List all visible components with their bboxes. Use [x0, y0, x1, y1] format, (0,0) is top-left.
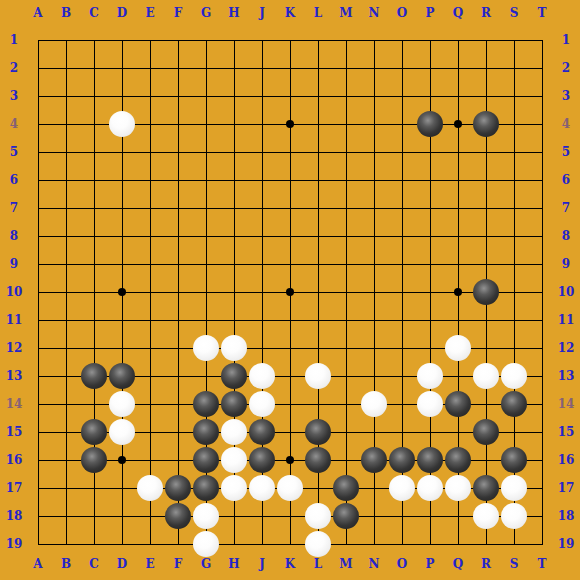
intersection-L4[interactable]	[304, 110, 332, 138]
intersection-C1[interactable]	[80, 26, 108, 54]
intersection-D18[interactable]	[108, 502, 136, 530]
intersection-A16[interactable]	[24, 446, 52, 474]
intersection-R14[interactable]	[472, 390, 500, 418]
intersection-R11[interactable]	[472, 306, 500, 334]
intersection-E16[interactable]	[136, 446, 164, 474]
intersection-E5[interactable]	[136, 138, 164, 166]
intersection-K13[interactable]	[276, 362, 304, 390]
intersection-G9[interactable]	[192, 250, 220, 278]
intersection-D2[interactable]	[108, 54, 136, 82]
intersection-J5[interactable]	[248, 138, 276, 166]
intersection-G6[interactable]	[192, 166, 220, 194]
intersection-S17[interactable]	[500, 474, 528, 502]
intersection-A10[interactable]	[24, 278, 52, 306]
intersection-A7[interactable]	[24, 194, 52, 222]
intersection-B10[interactable]	[52, 278, 80, 306]
intersection-K9[interactable]	[276, 250, 304, 278]
intersection-R4[interactable]	[472, 110, 500, 138]
intersection-S19[interactable]	[500, 530, 528, 558]
intersection-J4[interactable]	[248, 110, 276, 138]
intersection-M16[interactable]	[332, 446, 360, 474]
intersection-G13[interactable]	[192, 362, 220, 390]
intersection-O6[interactable]	[388, 166, 416, 194]
intersection-C9[interactable]	[80, 250, 108, 278]
intersection-P5[interactable]	[416, 138, 444, 166]
intersection-O12[interactable]	[388, 334, 416, 362]
intersection-P1[interactable]	[416, 26, 444, 54]
intersection-R9[interactable]	[472, 250, 500, 278]
intersection-F15[interactable]	[164, 418, 192, 446]
intersection-K12[interactable]	[276, 334, 304, 362]
intersection-C6[interactable]	[80, 166, 108, 194]
intersection-G2[interactable]	[192, 54, 220, 82]
intersection-E17[interactable]	[136, 474, 164, 502]
intersection-F1[interactable]	[164, 26, 192, 54]
intersection-J13[interactable]	[248, 362, 276, 390]
intersection-N16[interactable]	[360, 446, 388, 474]
intersection-N6[interactable]	[360, 166, 388, 194]
intersection-G15[interactable]	[192, 418, 220, 446]
intersection-L19[interactable]	[304, 530, 332, 558]
intersection-Q19[interactable]	[444, 530, 472, 558]
intersection-A3[interactable]	[24, 82, 52, 110]
intersection-Q5[interactable]	[444, 138, 472, 166]
intersection-G17[interactable]	[192, 474, 220, 502]
intersection-G18[interactable]	[192, 502, 220, 530]
intersection-M3[interactable]	[332, 82, 360, 110]
intersection-N3[interactable]	[360, 82, 388, 110]
intersection-J1[interactable]	[248, 26, 276, 54]
intersection-B14[interactable]	[52, 390, 80, 418]
intersection-K2[interactable]	[276, 54, 304, 82]
intersection-Q7[interactable]	[444, 194, 472, 222]
intersection-B6[interactable]	[52, 166, 80, 194]
intersection-H11[interactable]	[220, 306, 248, 334]
intersection-O9[interactable]	[388, 250, 416, 278]
intersection-A15[interactable]	[24, 418, 52, 446]
intersection-D4[interactable]	[108, 110, 136, 138]
intersection-N1[interactable]	[360, 26, 388, 54]
intersection-O16[interactable]	[388, 446, 416, 474]
intersection-E11[interactable]	[136, 306, 164, 334]
intersection-R2[interactable]	[472, 54, 500, 82]
intersection-Q4[interactable]	[444, 110, 472, 138]
intersection-P13[interactable]	[416, 362, 444, 390]
intersection-B9[interactable]	[52, 250, 80, 278]
intersection-H6[interactable]	[220, 166, 248, 194]
intersection-R18[interactable]	[472, 502, 500, 530]
intersection-O17[interactable]	[388, 474, 416, 502]
intersection-L2[interactable]	[304, 54, 332, 82]
intersection-H3[interactable]	[220, 82, 248, 110]
intersection-F3[interactable]	[164, 82, 192, 110]
intersection-M8[interactable]	[332, 222, 360, 250]
intersection-O18[interactable]	[388, 502, 416, 530]
intersection-S5[interactable]	[500, 138, 528, 166]
intersection-L9[interactable]	[304, 250, 332, 278]
intersection-J12[interactable]	[248, 334, 276, 362]
intersection-S12[interactable]	[500, 334, 528, 362]
intersection-Q13[interactable]	[444, 362, 472, 390]
intersection-A4[interactable]	[24, 110, 52, 138]
intersection-S14[interactable]	[500, 390, 528, 418]
intersection-B11[interactable]	[52, 306, 80, 334]
intersection-F17[interactable]	[164, 474, 192, 502]
intersection-L14[interactable]	[304, 390, 332, 418]
intersection-P6[interactable]	[416, 166, 444, 194]
intersection-E18[interactable]	[136, 502, 164, 530]
intersection-C15[interactable]	[80, 418, 108, 446]
intersection-S2[interactable]	[500, 54, 528, 82]
intersection-S13[interactable]	[500, 362, 528, 390]
intersection-F9[interactable]	[164, 250, 192, 278]
intersection-O4[interactable]	[388, 110, 416, 138]
intersection-C8[interactable]	[80, 222, 108, 250]
intersection-M18[interactable]	[332, 502, 360, 530]
intersection-B16[interactable]	[52, 446, 80, 474]
intersection-H8[interactable]	[220, 222, 248, 250]
intersection-L17[interactable]	[304, 474, 332, 502]
intersection-E1[interactable]	[136, 26, 164, 54]
intersection-O7[interactable]	[388, 194, 416, 222]
intersection-M19[interactable]	[332, 530, 360, 558]
intersection-G10[interactable]	[192, 278, 220, 306]
intersection-B5[interactable]	[52, 138, 80, 166]
intersection-R6[interactable]	[472, 166, 500, 194]
intersection-O15[interactable]	[388, 418, 416, 446]
intersection-E13[interactable]	[136, 362, 164, 390]
intersection-L7[interactable]	[304, 194, 332, 222]
intersection-K18[interactable]	[276, 502, 304, 530]
intersection-Q17[interactable]	[444, 474, 472, 502]
intersection-K16[interactable]	[276, 446, 304, 474]
intersection-L12[interactable]	[304, 334, 332, 362]
intersection-N19[interactable]	[360, 530, 388, 558]
intersection-O11[interactable]	[388, 306, 416, 334]
intersection-J2[interactable]	[248, 54, 276, 82]
intersection-B7[interactable]	[52, 194, 80, 222]
intersection-S15[interactable]	[500, 418, 528, 446]
intersection-N4[interactable]	[360, 110, 388, 138]
intersection-J6[interactable]	[248, 166, 276, 194]
intersection-M10[interactable]	[332, 278, 360, 306]
intersection-D11[interactable]	[108, 306, 136, 334]
intersection-H12[interactable]	[220, 334, 248, 362]
intersection-O19[interactable]	[388, 530, 416, 558]
intersection-Q12[interactable]	[444, 334, 472, 362]
intersection-R15[interactable]	[472, 418, 500, 446]
intersection-J17[interactable]	[248, 474, 276, 502]
intersection-O2[interactable]	[388, 54, 416, 82]
intersection-F10[interactable]	[164, 278, 192, 306]
intersection-Q1[interactable]	[444, 26, 472, 54]
intersection-D9[interactable]	[108, 250, 136, 278]
intersection-A13[interactable]	[24, 362, 52, 390]
intersection-M1[interactable]	[332, 26, 360, 54]
intersection-H17[interactable]	[220, 474, 248, 502]
intersection-B8[interactable]	[52, 222, 80, 250]
intersection-D13[interactable]	[108, 362, 136, 390]
intersection-F2[interactable]	[164, 54, 192, 82]
intersection-M4[interactable]	[332, 110, 360, 138]
intersection-L10[interactable]	[304, 278, 332, 306]
intersection-P11[interactable]	[416, 306, 444, 334]
intersection-F16[interactable]	[164, 446, 192, 474]
intersection-N9[interactable]	[360, 250, 388, 278]
intersection-P17[interactable]	[416, 474, 444, 502]
intersection-F14[interactable]	[164, 390, 192, 418]
intersection-P12[interactable]	[416, 334, 444, 362]
intersection-G1[interactable]	[192, 26, 220, 54]
intersection-C5[interactable]	[80, 138, 108, 166]
intersection-K10[interactable]	[276, 278, 304, 306]
intersection-O1[interactable]	[388, 26, 416, 54]
intersection-D1[interactable]	[108, 26, 136, 54]
intersection-G12[interactable]	[192, 334, 220, 362]
intersection-D6[interactable]	[108, 166, 136, 194]
intersection-Q18[interactable]	[444, 502, 472, 530]
intersection-H4[interactable]	[220, 110, 248, 138]
intersection-H1[interactable]	[220, 26, 248, 54]
intersection-Q11[interactable]	[444, 306, 472, 334]
intersection-P18[interactable]	[416, 502, 444, 530]
intersection-M5[interactable]	[332, 138, 360, 166]
intersection-C16[interactable]	[80, 446, 108, 474]
intersection-P16[interactable]	[416, 446, 444, 474]
intersection-G5[interactable]	[192, 138, 220, 166]
intersection-F18[interactable]	[164, 502, 192, 530]
intersection-L1[interactable]	[304, 26, 332, 54]
intersection-Q16[interactable]	[444, 446, 472, 474]
intersection-B18[interactable]	[52, 502, 80, 530]
intersection-J11[interactable]	[248, 306, 276, 334]
intersection-G16[interactable]	[192, 446, 220, 474]
intersection-A6[interactable]	[24, 166, 52, 194]
intersection-H13[interactable]	[220, 362, 248, 390]
intersection-R12[interactable]	[472, 334, 500, 362]
intersection-L8[interactable]	[304, 222, 332, 250]
intersection-R5[interactable]	[472, 138, 500, 166]
intersection-C7[interactable]	[80, 194, 108, 222]
intersection-D10[interactable]	[108, 278, 136, 306]
intersection-H7[interactable]	[220, 194, 248, 222]
intersection-K1[interactable]	[276, 26, 304, 54]
intersection-A1[interactable]	[24, 26, 52, 54]
intersection-D17[interactable]	[108, 474, 136, 502]
intersection-P8[interactable]	[416, 222, 444, 250]
intersection-H2[interactable]	[220, 54, 248, 82]
board-grid[interactable]	[24, 26, 556, 558]
intersection-N18[interactable]	[360, 502, 388, 530]
intersection-L6[interactable]	[304, 166, 332, 194]
intersection-O3[interactable]	[388, 82, 416, 110]
intersection-A11[interactable]	[24, 306, 52, 334]
intersection-H18[interactable]	[220, 502, 248, 530]
intersection-A18[interactable]	[24, 502, 52, 530]
intersection-A14[interactable]	[24, 390, 52, 418]
intersection-A8[interactable]	[24, 222, 52, 250]
intersection-M14[interactable]	[332, 390, 360, 418]
intersection-D16[interactable]	[108, 446, 136, 474]
intersection-M6[interactable]	[332, 166, 360, 194]
intersection-C18[interactable]	[80, 502, 108, 530]
intersection-N12[interactable]	[360, 334, 388, 362]
intersection-K6[interactable]	[276, 166, 304, 194]
intersection-K4[interactable]	[276, 110, 304, 138]
intersection-C12[interactable]	[80, 334, 108, 362]
intersection-S7[interactable]	[500, 194, 528, 222]
intersection-S8[interactable]	[500, 222, 528, 250]
intersection-D15[interactable]	[108, 418, 136, 446]
intersection-N13[interactable]	[360, 362, 388, 390]
intersection-E6[interactable]	[136, 166, 164, 194]
intersection-G3[interactable]	[192, 82, 220, 110]
intersection-N11[interactable]	[360, 306, 388, 334]
intersection-A2[interactable]	[24, 54, 52, 82]
intersection-E4[interactable]	[136, 110, 164, 138]
intersection-N15[interactable]	[360, 418, 388, 446]
intersection-B3[interactable]	[52, 82, 80, 110]
intersection-S1[interactable]	[500, 26, 528, 54]
intersection-F7[interactable]	[164, 194, 192, 222]
intersection-F11[interactable]	[164, 306, 192, 334]
intersection-F13[interactable]	[164, 362, 192, 390]
intersection-K5[interactable]	[276, 138, 304, 166]
intersection-B12[interactable]	[52, 334, 80, 362]
intersection-O8[interactable]	[388, 222, 416, 250]
intersection-E8[interactable]	[136, 222, 164, 250]
intersection-F8[interactable]	[164, 222, 192, 250]
intersection-C11[interactable]	[80, 306, 108, 334]
intersection-P7[interactable]	[416, 194, 444, 222]
intersection-E2[interactable]	[136, 54, 164, 82]
intersection-J15[interactable]	[248, 418, 276, 446]
intersection-P19[interactable]	[416, 530, 444, 558]
intersection-D7[interactable]	[108, 194, 136, 222]
intersection-Q14[interactable]	[444, 390, 472, 418]
intersection-Q2[interactable]	[444, 54, 472, 82]
intersection-K3[interactable]	[276, 82, 304, 110]
intersection-B13[interactable]	[52, 362, 80, 390]
intersection-R19[interactable]	[472, 530, 500, 558]
intersection-F19[interactable]	[164, 530, 192, 558]
intersection-Q8[interactable]	[444, 222, 472, 250]
intersection-R8[interactable]	[472, 222, 500, 250]
intersection-R10[interactable]	[472, 278, 500, 306]
intersection-O13[interactable]	[388, 362, 416, 390]
intersection-E12[interactable]	[136, 334, 164, 362]
intersection-E10[interactable]	[136, 278, 164, 306]
intersection-S16[interactable]	[500, 446, 528, 474]
intersection-N5[interactable]	[360, 138, 388, 166]
intersection-M13[interactable]	[332, 362, 360, 390]
intersection-B1[interactable]	[52, 26, 80, 54]
intersection-H14[interactable]	[220, 390, 248, 418]
intersection-Q9[interactable]	[444, 250, 472, 278]
intersection-G4[interactable]	[192, 110, 220, 138]
intersection-B19[interactable]	[52, 530, 80, 558]
intersection-D8[interactable]	[108, 222, 136, 250]
intersection-S3[interactable]	[500, 82, 528, 110]
intersection-C4[interactable]	[80, 110, 108, 138]
intersection-M15[interactable]	[332, 418, 360, 446]
intersection-K11[interactable]	[276, 306, 304, 334]
intersection-S4[interactable]	[500, 110, 528, 138]
intersection-L3[interactable]	[304, 82, 332, 110]
intersection-C2[interactable]	[80, 54, 108, 82]
intersection-K17[interactable]	[276, 474, 304, 502]
intersection-C14[interactable]	[80, 390, 108, 418]
intersection-P9[interactable]	[416, 250, 444, 278]
intersection-N14[interactable]	[360, 390, 388, 418]
intersection-K15[interactable]	[276, 418, 304, 446]
intersection-L13[interactable]	[304, 362, 332, 390]
intersection-H10[interactable]	[220, 278, 248, 306]
intersection-D5[interactable]	[108, 138, 136, 166]
intersection-B2[interactable]	[52, 54, 80, 82]
intersection-G7[interactable]	[192, 194, 220, 222]
intersection-D14[interactable]	[108, 390, 136, 418]
intersection-S18[interactable]	[500, 502, 528, 530]
intersection-Q15[interactable]	[444, 418, 472, 446]
intersection-J3[interactable]	[248, 82, 276, 110]
intersection-A9[interactable]	[24, 250, 52, 278]
intersection-S11[interactable]	[500, 306, 528, 334]
intersection-B15[interactable]	[52, 418, 80, 446]
intersection-J7[interactable]	[248, 194, 276, 222]
intersection-G11[interactable]	[192, 306, 220, 334]
intersection-A5[interactable]	[24, 138, 52, 166]
intersection-K14[interactable]	[276, 390, 304, 418]
intersection-K7[interactable]	[276, 194, 304, 222]
intersection-H15[interactable]	[220, 418, 248, 446]
intersection-E15[interactable]	[136, 418, 164, 446]
intersection-H19[interactable]	[220, 530, 248, 558]
intersection-J18[interactable]	[248, 502, 276, 530]
intersection-P14[interactable]	[416, 390, 444, 418]
intersection-Q10[interactable]	[444, 278, 472, 306]
intersection-R7[interactable]	[472, 194, 500, 222]
intersection-N17[interactable]	[360, 474, 388, 502]
intersection-F4[interactable]	[164, 110, 192, 138]
intersection-R1[interactable]	[472, 26, 500, 54]
intersection-C10[interactable]	[80, 278, 108, 306]
intersection-B17[interactable]	[52, 474, 80, 502]
intersection-C17[interactable]	[80, 474, 108, 502]
intersection-R3[interactable]	[472, 82, 500, 110]
intersection-A12[interactable]	[24, 334, 52, 362]
intersection-R17[interactable]	[472, 474, 500, 502]
intersection-P4[interactable]	[416, 110, 444, 138]
intersection-J14[interactable]	[248, 390, 276, 418]
intersection-Q3[interactable]	[444, 82, 472, 110]
intersection-L5[interactable]	[304, 138, 332, 166]
intersection-A19[interactable]	[24, 530, 52, 558]
intersection-E7[interactable]	[136, 194, 164, 222]
intersection-N2[interactable]	[360, 54, 388, 82]
intersection-N8[interactable]	[360, 222, 388, 250]
intersection-O5[interactable]	[388, 138, 416, 166]
intersection-C3[interactable]	[80, 82, 108, 110]
intersection-C19[interactable]	[80, 530, 108, 558]
intersection-L18[interactable]	[304, 502, 332, 530]
intersection-H5[interactable]	[220, 138, 248, 166]
intersection-E9[interactable]	[136, 250, 164, 278]
intersection-M11[interactable]	[332, 306, 360, 334]
intersection-O14[interactable]	[388, 390, 416, 418]
intersection-R16[interactable]	[472, 446, 500, 474]
intersection-Q6[interactable]	[444, 166, 472, 194]
